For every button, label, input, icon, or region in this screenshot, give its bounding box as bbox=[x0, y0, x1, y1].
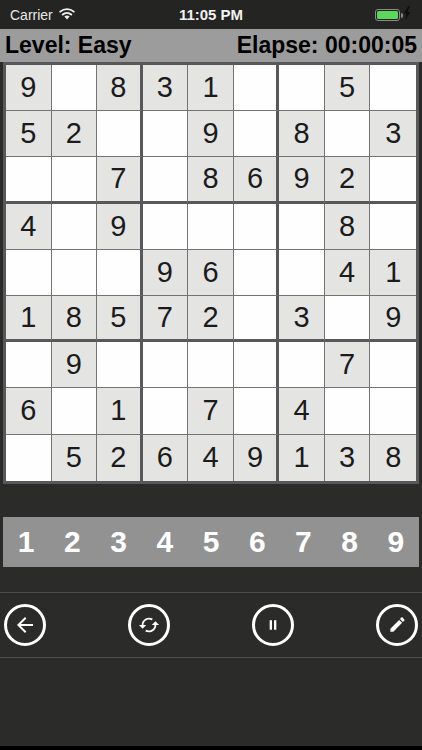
sudoku-cell-r7c9[interactable] bbox=[370, 342, 416, 388]
sudoku-cell-r6c5[interactable]: 2 bbox=[188, 296, 234, 342]
sudoku-cell-r5c2[interactable] bbox=[52, 250, 98, 296]
sudoku-cell-r6c6[interactable] bbox=[234, 296, 280, 342]
sudoku-cell-r9c3[interactable]: 2 bbox=[97, 435, 143, 481]
sudoku-cell-r6c1[interactable]: 1 bbox=[6, 296, 52, 342]
sudoku-cell-r2c3[interactable] bbox=[97, 111, 143, 157]
sudoku-cell-r8c5[interactable]: 7 bbox=[188, 388, 234, 434]
charging-bolt-icon bbox=[403, 6, 412, 23]
sudoku-cell-r1c7[interactable] bbox=[279, 65, 325, 111]
wifi-icon bbox=[58, 7, 76, 23]
sudoku-cell-r5c7[interactable] bbox=[279, 250, 325, 296]
sudoku-cell-r1c6[interactable] bbox=[234, 65, 280, 111]
sudoku-cell-r4c1[interactable]: 4 bbox=[6, 204, 52, 250]
sudoku-cell-r4c7[interactable] bbox=[279, 204, 325, 250]
sudoku-cell-r3c9[interactable] bbox=[370, 157, 416, 203]
sudoku-cell-r5c4[interactable]: 9 bbox=[143, 250, 189, 296]
sudoku-cell-r7c3[interactable] bbox=[97, 342, 143, 388]
sudoku-cell-r3c1[interactable] bbox=[6, 157, 52, 203]
sudoku-cell-r3c8[interactable]: 2 bbox=[325, 157, 371, 203]
sudoku-cell-r4c4[interactable] bbox=[143, 204, 189, 250]
sudoku-cell-r2c4[interactable] bbox=[143, 111, 189, 157]
sudoku-cell-r4c8[interactable]: 8 bbox=[325, 204, 371, 250]
sudoku-cell-r6c7[interactable]: 3 bbox=[279, 296, 325, 342]
bottom-strip bbox=[0, 746, 422, 750]
sudoku-cell-r9c7[interactable]: 1 bbox=[279, 435, 325, 481]
sudoku-cell-r2c1[interactable]: 5 bbox=[6, 111, 52, 157]
sudoku-cell-r2c8[interactable] bbox=[325, 111, 371, 157]
sudoku-cell-r6c8[interactable] bbox=[325, 296, 371, 342]
sudoku-cell-r4c6[interactable] bbox=[234, 204, 280, 250]
sudoku-cell-r8c3[interactable]: 1 bbox=[97, 388, 143, 434]
sudoku-cell-r3c5[interactable]: 8 bbox=[188, 157, 234, 203]
edit-button[interactable] bbox=[376, 604, 418, 646]
sudoku-cell-r3c2[interactable] bbox=[52, 157, 98, 203]
sudoku-cell-r5c3[interactable] bbox=[97, 250, 143, 296]
sudoku-cell-r8c9[interactable] bbox=[370, 388, 416, 434]
refresh-icon bbox=[138, 614, 160, 636]
sudoku-cell-r9c6[interactable]: 9 bbox=[234, 435, 280, 481]
numpad-key-2[interactable]: 2 bbox=[49, 517, 95, 567]
sudoku-cell-r2c9[interactable]: 3 bbox=[370, 111, 416, 157]
toolbar bbox=[0, 592, 422, 658]
numpad-key-8[interactable]: 8 bbox=[327, 517, 373, 567]
sudoku-cell-r5c9[interactable]: 1 bbox=[370, 250, 416, 296]
restart-button[interactable] bbox=[128, 604, 170, 646]
sudoku-cell-r9c5[interactable]: 4 bbox=[188, 435, 234, 481]
sudoku-cell-r9c1[interactable] bbox=[6, 435, 52, 481]
pause-button[interactable] bbox=[252, 604, 294, 646]
sudoku-cell-r5c8[interactable]: 4 bbox=[325, 250, 371, 296]
sudoku-board: 9831552983786924989641185723997617452649… bbox=[3, 62, 419, 484]
sudoku-cell-r3c7[interactable]: 9 bbox=[279, 157, 325, 203]
sudoku-cell-r5c1[interactable] bbox=[6, 250, 52, 296]
numpad-key-4[interactable]: 4 bbox=[142, 517, 188, 567]
sudoku-cell-r1c4[interactable]: 3 bbox=[143, 65, 189, 111]
sudoku-cell-r5c5[interactable]: 6 bbox=[188, 250, 234, 296]
sudoku-cell-r8c6[interactable] bbox=[234, 388, 280, 434]
sudoku-cell-r9c2[interactable]: 5 bbox=[52, 435, 98, 481]
sudoku-cell-r8c8[interactable] bbox=[325, 388, 371, 434]
sudoku-cell-r1c3[interactable]: 8 bbox=[97, 65, 143, 111]
status-bar: Carrier 11:05 PM bbox=[0, 0, 422, 29]
sudoku-cell-r8c2[interactable] bbox=[52, 388, 98, 434]
sudoku-cell-r9c9[interactable]: 8 bbox=[370, 435, 416, 481]
sudoku-cell-r2c6[interactable] bbox=[234, 111, 280, 157]
numpad-key-6[interactable]: 6 bbox=[234, 517, 280, 567]
sudoku-cell-r2c7[interactable]: 8 bbox=[279, 111, 325, 157]
sudoku-cell-r1c5[interactable]: 1 bbox=[188, 65, 234, 111]
number-pad: 123456789 bbox=[3, 517, 419, 567]
back-arrow-icon bbox=[13, 613, 37, 637]
game-header: Level: Easy Elapse: 00:00:05 bbox=[0, 29, 422, 62]
sudoku-cell-r4c5[interactable] bbox=[188, 204, 234, 250]
sudoku-cell-r2c5[interactable]: 9 bbox=[188, 111, 234, 157]
sudoku-cell-r6c3[interactable]: 5 bbox=[97, 296, 143, 342]
sudoku-cell-r8c4[interactable] bbox=[143, 388, 189, 434]
sudoku-cell-r3c4[interactable] bbox=[143, 157, 189, 203]
sudoku-cell-r8c1[interactable]: 6 bbox=[6, 388, 52, 434]
sudoku-cell-r2c2[interactable]: 2 bbox=[52, 111, 98, 157]
sudoku-cell-r4c9[interactable] bbox=[370, 204, 416, 250]
back-button[interactable] bbox=[4, 604, 46, 646]
sudoku-cell-r5c6[interactable] bbox=[234, 250, 280, 296]
sudoku-cell-r7c1[interactable] bbox=[6, 342, 52, 388]
sudoku-cell-r7c8[interactable]: 7 bbox=[325, 342, 371, 388]
sudoku-cell-r9c8[interactable]: 3 bbox=[325, 435, 371, 481]
sudoku-cell-r7c4[interactable] bbox=[143, 342, 189, 388]
sudoku-cell-r4c2[interactable] bbox=[52, 204, 98, 250]
sudoku-cell-r3c3[interactable]: 7 bbox=[97, 157, 143, 203]
pause-icon bbox=[265, 617, 281, 633]
sudoku-cell-r8c7[interactable]: 4 bbox=[279, 388, 325, 434]
numpad-key-3[interactable]: 3 bbox=[95, 517, 141, 567]
numpad-key-5[interactable]: 5 bbox=[188, 517, 234, 567]
sudoku-cell-r1c1[interactable]: 9 bbox=[6, 65, 52, 111]
sudoku-cell-r7c7[interactable] bbox=[279, 342, 325, 388]
sudoku-cell-r6c9[interactable]: 9 bbox=[370, 296, 416, 342]
sudoku-cell-r1c2[interactable] bbox=[52, 65, 98, 111]
sudoku-cell-r1c8[interactable]: 5 bbox=[325, 65, 371, 111]
numpad-key-9[interactable]: 9 bbox=[373, 517, 419, 567]
sudoku-cell-r6c2[interactable]: 8 bbox=[52, 296, 98, 342]
sudoku-cell-r7c5[interactable] bbox=[188, 342, 234, 388]
sudoku-cell-r4c3[interactable]: 9 bbox=[97, 204, 143, 250]
sudoku-cell-r7c6[interactable] bbox=[234, 342, 280, 388]
sudoku-cell-r3c6[interactable]: 6 bbox=[234, 157, 280, 203]
sudoku-cell-r1c9[interactable] bbox=[370, 65, 416, 111]
elapsed-time-label: Elapse: 00:00:05 bbox=[237, 32, 417, 59]
sudoku-cell-r9c4[interactable]: 6 bbox=[143, 435, 189, 481]
pencil-icon bbox=[388, 615, 407, 634]
sudoku-cell-r6c4[interactable]: 7 bbox=[143, 296, 189, 342]
sudoku-cell-r7c2[interactable]: 9 bbox=[52, 342, 98, 388]
level-label: Level: Easy bbox=[5, 32, 132, 59]
carrier-label: Carrier bbox=[10, 7, 53, 23]
numpad-key-1[interactable]: 1 bbox=[3, 517, 49, 567]
numpad-key-7[interactable]: 7 bbox=[280, 517, 326, 567]
battery-icon bbox=[375, 9, 400, 21]
